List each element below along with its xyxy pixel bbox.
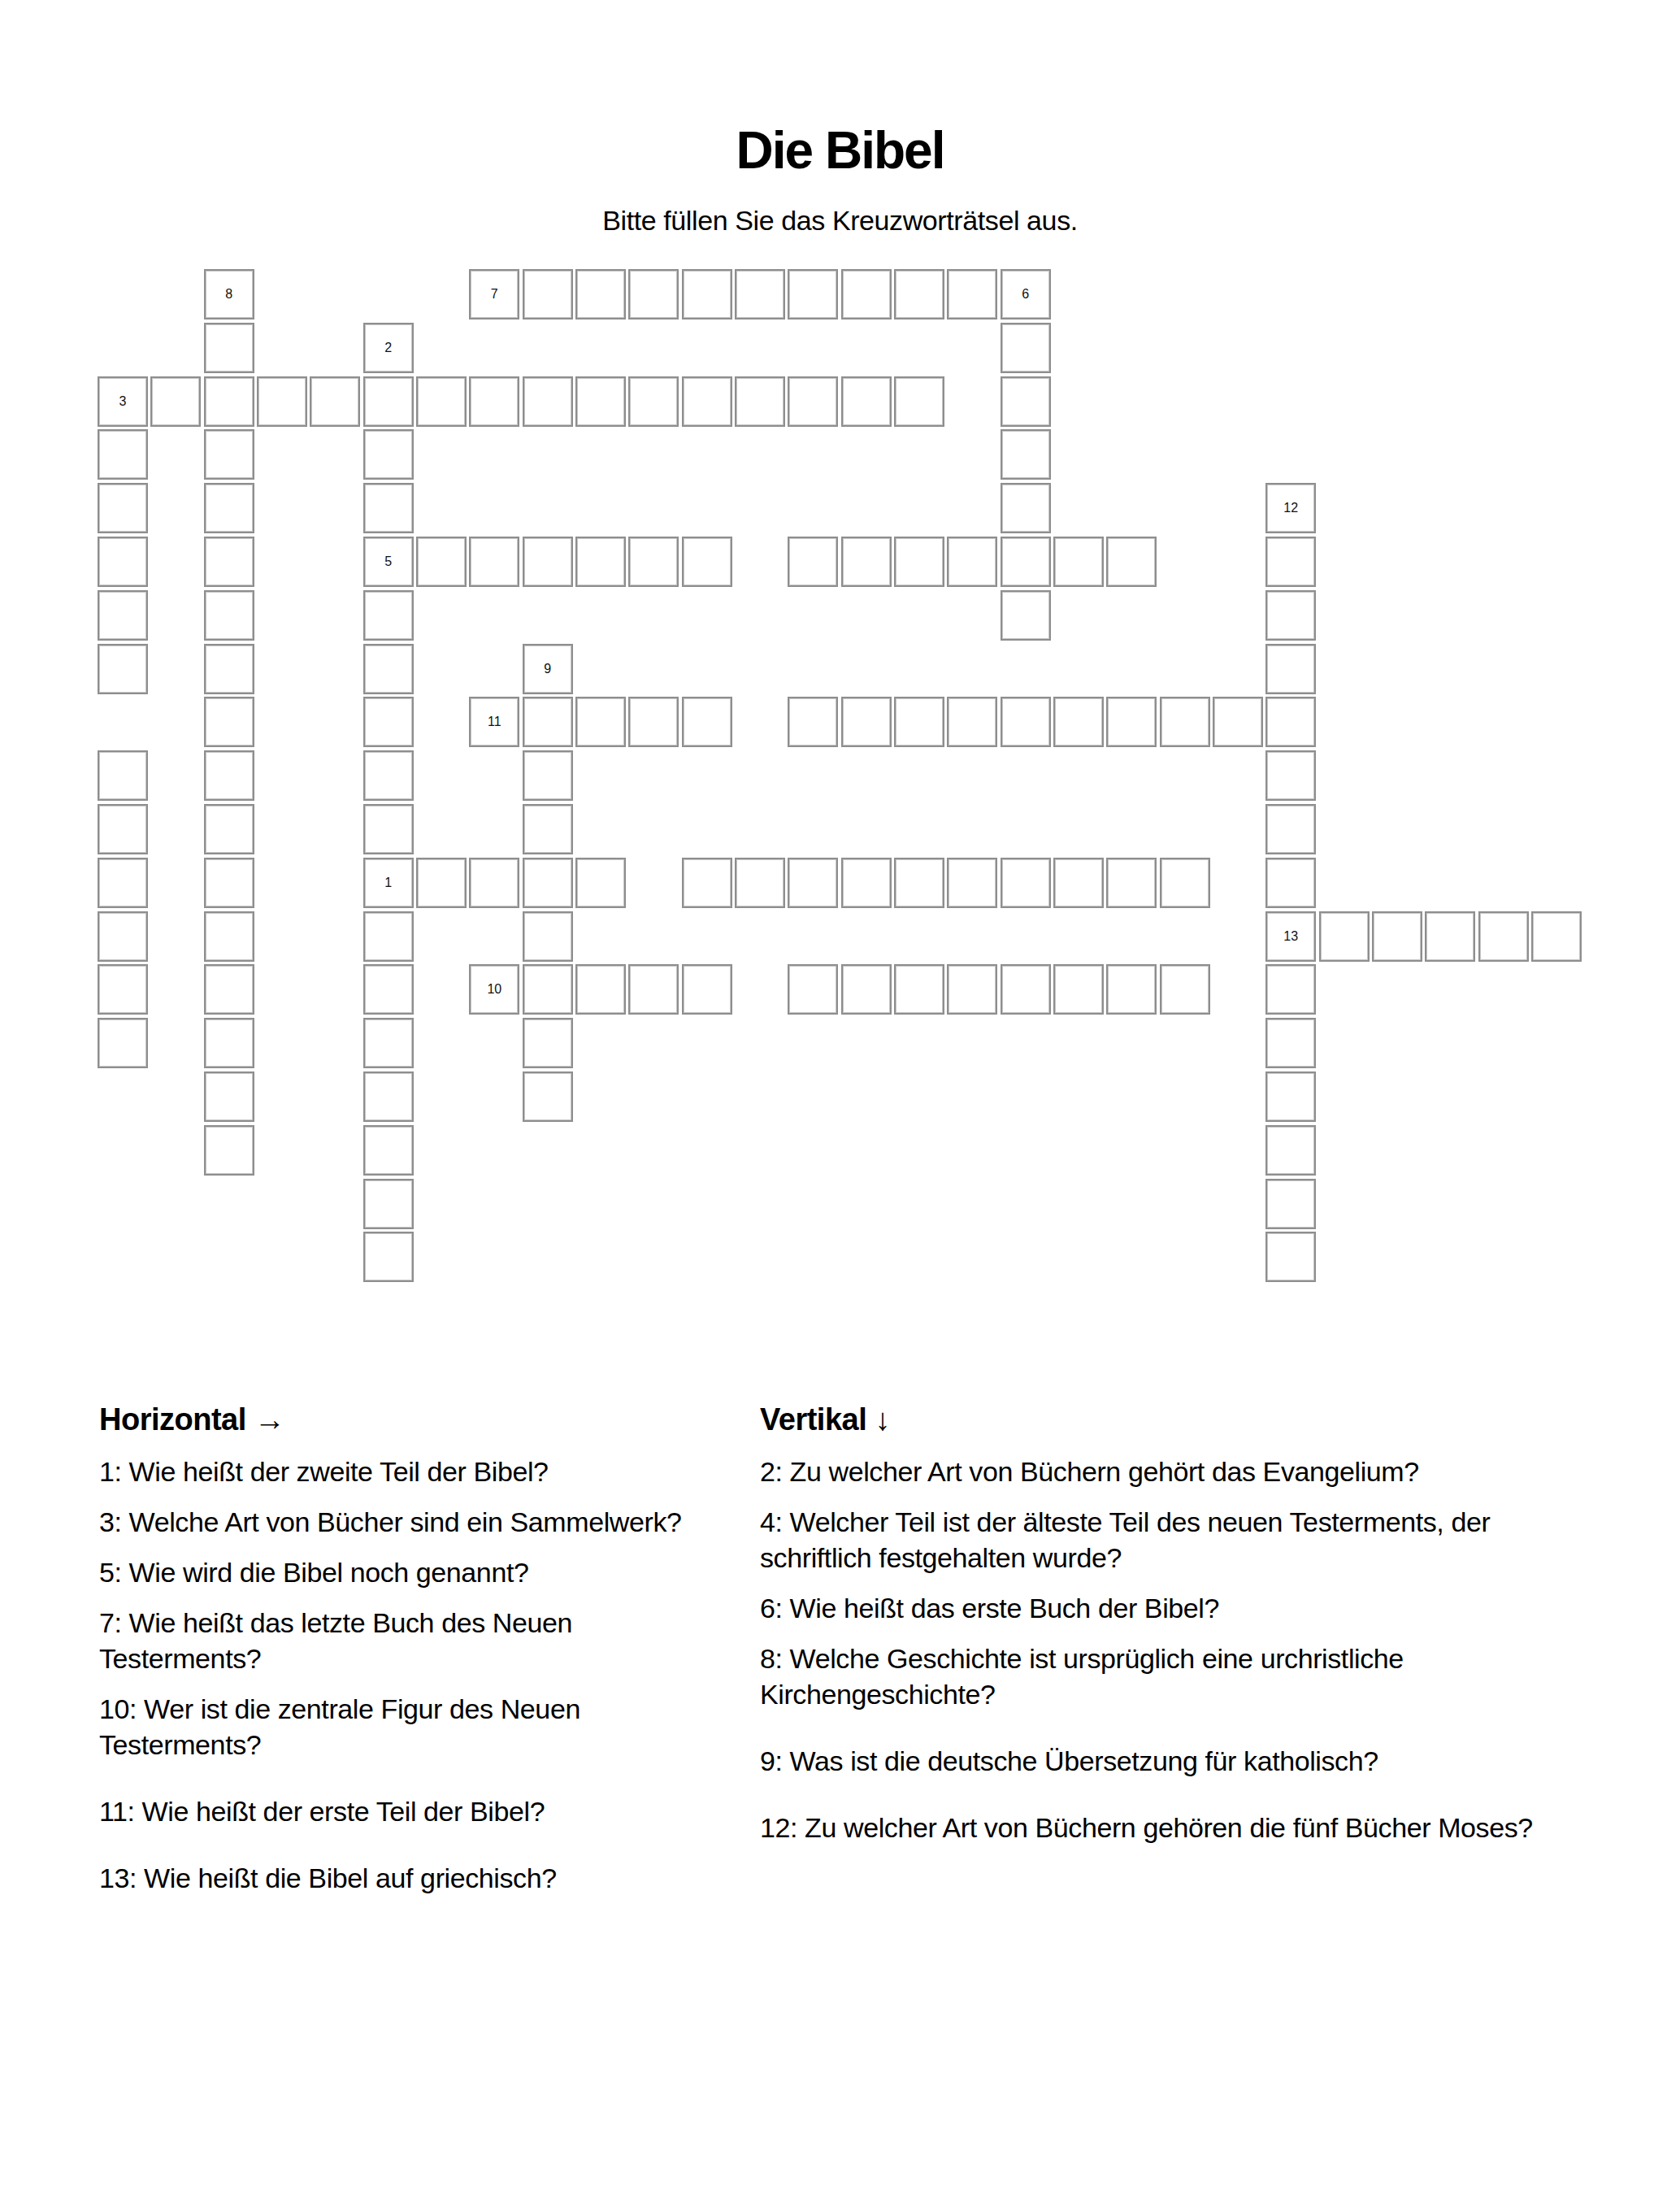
grid-cell[interactable] xyxy=(735,269,785,319)
grid-cell[interactable] xyxy=(1265,537,1316,587)
grid-cell[interactable] xyxy=(204,804,254,854)
grid-cell[interactable] xyxy=(1265,644,1316,694)
grid-cell[interactable]: 5 xyxy=(363,537,414,587)
grid-cell[interactable] xyxy=(204,483,254,533)
grid-cell[interactable] xyxy=(841,697,892,747)
grid-cell[interactable] xyxy=(682,697,732,747)
grid-cell[interactable] xyxy=(523,376,573,427)
grid-cell[interactable] xyxy=(204,1125,254,1176)
grid-cell[interactable] xyxy=(1106,964,1157,1015)
grid-cell[interactable] xyxy=(575,269,626,319)
grid-cell[interactable] xyxy=(204,590,254,641)
grid-cell[interactable] xyxy=(523,1018,573,1068)
clue-item: 13: Wie heißt die Bibel auf griechisch? xyxy=(99,1860,692,1896)
page-title: Die Bibel xyxy=(0,120,1680,180)
grid-cell[interactable] xyxy=(363,483,414,533)
grid-cell[interactable] xyxy=(894,269,944,319)
clue-number: 7 xyxy=(491,288,498,301)
grid-cell[interactable] xyxy=(575,964,626,1015)
clue-item: 5: Wie wird die Bibel noch genannt? xyxy=(99,1554,692,1590)
grid-cell[interactable] xyxy=(523,1071,573,1122)
grid-cell[interactable] xyxy=(363,376,414,427)
grid-cell[interactable]: 10 xyxy=(469,964,519,1015)
grid-cell[interactable] xyxy=(363,697,414,747)
grid-cell[interactable] xyxy=(628,537,679,587)
grid-cell[interactable] xyxy=(523,804,573,854)
vertikal-header: Vertikal ↓ xyxy=(760,1400,1552,1439)
horizontal-clues-section: Horizontal → 1: Wie heißt der zweite Tei… xyxy=(99,1400,692,1910)
clue-number: 10 xyxy=(487,983,501,996)
horizontal-clue-list: 1: Wie heißt der zweite Teil der Bibel?3… xyxy=(99,1454,692,1896)
grid-cell[interactable] xyxy=(98,804,148,854)
grid-cell[interactable] xyxy=(469,376,519,427)
grid-cell[interactable] xyxy=(98,911,148,962)
grid-cell[interactable] xyxy=(98,750,148,801)
grid-cell[interactable] xyxy=(1001,323,1051,373)
grid-cell[interactable] xyxy=(628,376,679,427)
grid-cell[interactable] xyxy=(628,269,679,319)
grid-cell[interactable] xyxy=(204,911,254,962)
grid-cell[interactable] xyxy=(204,1018,254,1068)
grid-cell[interactable] xyxy=(1425,911,1475,962)
grid-cell[interactable]: 11 xyxy=(469,697,519,747)
grid-cell[interactable] xyxy=(682,269,732,319)
grid-cell[interactable]: 1 xyxy=(363,858,414,908)
clue-item: 8: Welche Geschichte ist ursprüglich ein… xyxy=(760,1641,1552,1712)
grid-cell[interactable] xyxy=(98,858,148,908)
vertikal-clues-section: Vertikal ↓ 2: Zu welcher Art von Büchern… xyxy=(760,1400,1552,1860)
grid-cell[interactable] xyxy=(257,376,307,427)
grid-cell[interactable] xyxy=(1160,858,1210,908)
grid-cell[interactable] xyxy=(841,269,892,319)
grid-cell[interactable] xyxy=(788,537,838,587)
grid-cell[interactable] xyxy=(363,1071,414,1122)
clue-number: 12 xyxy=(1283,502,1298,515)
grid-cell[interactable] xyxy=(788,964,838,1015)
grid-cell[interactable] xyxy=(788,376,838,427)
grid-cell[interactable] xyxy=(1265,697,1316,747)
grid-cell[interactable] xyxy=(98,590,148,641)
clue-number: 8 xyxy=(225,288,232,301)
vertikal-clue-list: 2: Zu welcher Art von Büchern gehört das… xyxy=(760,1454,1552,1845)
grid-cell[interactable] xyxy=(204,858,254,908)
grid-cell[interactable] xyxy=(947,858,997,908)
clue-number: 13 xyxy=(1283,930,1298,943)
grid-cell[interactable] xyxy=(575,858,626,908)
grid-cell[interactable] xyxy=(682,537,732,587)
grid-cell[interactable] xyxy=(628,697,679,747)
grid-cell[interactable] xyxy=(1265,750,1316,801)
grid-cell[interactable] xyxy=(310,376,360,427)
clue-number: 6 xyxy=(1022,288,1029,301)
grid-cell[interactable] xyxy=(841,858,892,908)
grid-cell[interactable] xyxy=(363,1125,414,1176)
grid-cell[interactable] xyxy=(628,964,679,1015)
grid-cell[interactable] xyxy=(363,644,414,694)
grid-cell[interactable] xyxy=(682,858,732,908)
grid-cell[interactable] xyxy=(1265,1071,1316,1122)
grid-cell[interactable] xyxy=(1001,376,1051,427)
grid-cell[interactable] xyxy=(947,697,997,747)
grid-cell[interactable] xyxy=(204,1071,254,1122)
grid-cell[interactable] xyxy=(1265,804,1316,854)
grid-cell[interactable] xyxy=(98,1018,148,1068)
grid-cell[interactable] xyxy=(735,858,785,908)
clue-number: 11 xyxy=(488,715,501,728)
grid-cell[interactable] xyxy=(1053,858,1104,908)
grid-cell[interactable] xyxy=(841,376,892,427)
grid-cell[interactable] xyxy=(1160,964,1210,1015)
clue-item: 10: Wer ist die zentrale Figur des Neuen… xyxy=(99,1691,692,1763)
clue-number: 5 xyxy=(384,555,392,568)
grid-cell[interactable] xyxy=(1265,858,1316,908)
grid-cell[interactable] xyxy=(841,964,892,1015)
grid-cell[interactable] xyxy=(1372,911,1422,962)
grid-cell[interactable] xyxy=(416,537,467,587)
grid-cell[interactable]: 2 xyxy=(363,323,414,373)
grid-cell[interactable] xyxy=(204,697,254,747)
grid-cell[interactable] xyxy=(1265,1125,1316,1176)
grid-cell[interactable] xyxy=(523,858,573,908)
grid-cell[interactable] xyxy=(363,911,414,962)
grid-cell[interactable] xyxy=(788,858,838,908)
grid-cell[interactable] xyxy=(1106,858,1157,908)
page: Die Bibel Bitte füllen Sie das Kreuzwort… xyxy=(0,0,1680,2195)
grid-cell[interactable] xyxy=(1265,590,1316,641)
grid-cell[interactable] xyxy=(150,376,201,427)
grid-cell[interactable] xyxy=(1265,1232,1316,1282)
clue-item: 4: Welcher Teil ist der älteste Teil des… xyxy=(760,1504,1552,1576)
grid-cell[interactable] xyxy=(947,537,997,587)
grid-cell[interactable]: 12 xyxy=(1265,483,1316,533)
grid-cell[interactable] xyxy=(1319,911,1370,962)
grid-cell[interactable] xyxy=(1106,537,1157,587)
grid-cell[interactable] xyxy=(575,537,626,587)
grid-cell[interactable] xyxy=(469,537,519,587)
grid-cell[interactable] xyxy=(1001,697,1051,747)
grid-cell[interactable] xyxy=(1265,964,1316,1015)
grid-cell[interactable] xyxy=(1053,697,1104,747)
clue-item: 6: Wie heißt das erste Buch der Bibel? xyxy=(760,1590,1552,1626)
grid-cell[interactable] xyxy=(1001,590,1051,641)
grid-cell[interactable] xyxy=(416,858,467,908)
grid-cell[interactable] xyxy=(894,964,944,1015)
grid-cell[interactable] xyxy=(1160,697,1210,747)
grid-cell[interactable] xyxy=(363,1179,414,1229)
grid-cell[interactable] xyxy=(204,376,254,427)
clue-item: 2: Zu welcher Art von Büchern gehört das… xyxy=(760,1454,1552,1489)
grid-cell[interactable] xyxy=(735,376,785,427)
grid-cell[interactable] xyxy=(575,697,626,747)
grid-cell[interactable] xyxy=(204,537,254,587)
grid-cell[interactable] xyxy=(416,376,467,427)
grid-cell[interactable] xyxy=(204,323,254,373)
grid-cell[interactable] xyxy=(98,537,148,587)
grid-cell[interactable] xyxy=(363,590,414,641)
grid-cell[interactable] xyxy=(947,964,997,1015)
grid-cell[interactable] xyxy=(1053,537,1104,587)
grid-cell[interactable] xyxy=(1053,964,1104,1015)
grid-cell[interactable] xyxy=(1213,697,1263,747)
grid-cell[interactable]: 6 xyxy=(1001,269,1051,319)
grid-cell[interactable] xyxy=(894,697,944,747)
grid-cell[interactable] xyxy=(363,429,414,480)
clue-item: 9: Was ist die deutsche Übersetzung für … xyxy=(760,1743,1552,1779)
clue-item: 7: Wie heißt das letzte Buch des Neuen T… xyxy=(99,1605,692,1676)
grid-cell[interactable] xyxy=(1001,429,1051,480)
clue-item: 3: Welche Art von Bücher sind ein Sammel… xyxy=(99,1504,692,1540)
grid-cell[interactable] xyxy=(788,697,838,747)
grid-cell[interactable]: 7 xyxy=(469,269,519,319)
grid-cell[interactable] xyxy=(523,697,573,747)
grid-cell[interactable]: 13 xyxy=(1265,911,1316,962)
clue-number: 2 xyxy=(384,341,392,354)
grid-cell[interactable] xyxy=(204,750,254,801)
grid-cell[interactable] xyxy=(204,429,254,480)
grid-cell[interactable] xyxy=(363,1232,414,1282)
grid-cell[interactable] xyxy=(1001,964,1051,1015)
grid-cell[interactable] xyxy=(98,644,148,694)
grid-cell[interactable] xyxy=(841,537,892,587)
grid-cell[interactable] xyxy=(98,429,148,480)
grid-cell[interactable] xyxy=(363,750,414,801)
grid-cell[interactable] xyxy=(363,1018,414,1068)
grid-cell[interactable] xyxy=(523,269,573,319)
grid-cell[interactable]: 9 xyxy=(523,644,573,694)
grid-cell[interactable] xyxy=(1001,537,1051,587)
grid-cell[interactable] xyxy=(1531,911,1582,962)
grid-cell[interactable] xyxy=(947,269,997,319)
clue-number: 1 xyxy=(384,876,392,889)
clue-number: 3 xyxy=(119,395,127,408)
grid-cell[interactable] xyxy=(1001,858,1051,908)
grid-cell[interactable] xyxy=(363,964,414,1015)
grid-cell[interactable] xyxy=(894,858,944,908)
crossword-grid: 8762312591111310 xyxy=(98,269,1582,1282)
grid-cell[interactable] xyxy=(204,964,254,1015)
grid-cell[interactable]: 8 xyxy=(204,269,254,319)
grid-cell[interactable] xyxy=(523,911,573,962)
grid-cell[interactable] xyxy=(1001,483,1051,533)
grid-cell[interactable] xyxy=(1478,911,1529,962)
grid-cell[interactable] xyxy=(98,964,148,1015)
grid-cell[interactable] xyxy=(523,964,573,1015)
grid-cell[interactable] xyxy=(682,376,732,427)
clue-item: 1: Wie heißt der zweite Teil der Bibel? xyxy=(99,1454,692,1489)
grid-cell[interactable] xyxy=(363,804,414,854)
grid-cell[interactable] xyxy=(1106,697,1157,747)
grid-cell[interactable] xyxy=(204,644,254,694)
clue-number: 9 xyxy=(544,663,551,676)
horizontal-header: Horizontal → xyxy=(99,1400,692,1439)
grid-cell[interactable] xyxy=(894,537,944,587)
grid-cell[interactable]: 3 xyxy=(98,376,148,427)
grid-cell[interactable] xyxy=(98,483,148,533)
grid-cell[interactable] xyxy=(1265,1179,1316,1229)
grid-cell[interactable] xyxy=(523,537,573,587)
page-subtitle: Bitte füllen Sie das Kreuzworträtsel aus… xyxy=(0,205,1680,237)
grid-cell[interactable] xyxy=(788,269,838,319)
clue-item: 12: Zu welcher Art von Büchern gehören d… xyxy=(760,1810,1552,1845)
clue-item: 11: Wie heißt der erste Teil der Bibel? xyxy=(99,1793,692,1829)
grid-cell[interactable] xyxy=(575,376,626,427)
grid-cell[interactable] xyxy=(469,858,519,908)
grid-cell[interactable] xyxy=(523,750,573,801)
grid-cell[interactable] xyxy=(682,964,732,1015)
grid-cell[interactable] xyxy=(894,376,944,427)
grid-cell[interactable] xyxy=(1265,1018,1316,1068)
